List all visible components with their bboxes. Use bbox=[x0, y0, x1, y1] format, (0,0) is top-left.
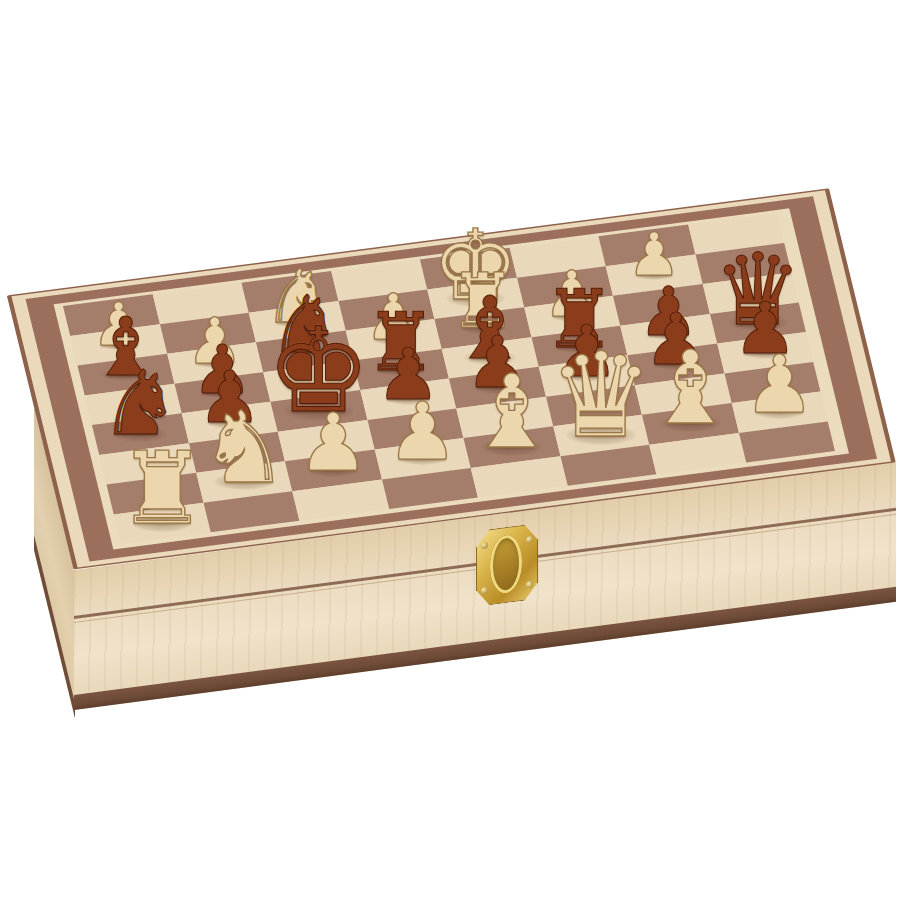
brass-latch-icon bbox=[476, 523, 538, 607]
chess-set-scene: ♟♞♚♟♝♟♞♟♜♟♟♜♝♜♟♛♞♟♚♟♟♟♟♟♞♟♟♝♛♝♟♜ bbox=[0, 0, 900, 900]
product-photo: ♟♞♚♟♝♟♞♟♜♟♟♜♝♜♟♛♞♟♚♟♟♟♟♟♞♟♟♝♛♝♟♜ bbox=[0, 0, 900, 900]
box-base-stripe bbox=[34, 535, 75, 718]
